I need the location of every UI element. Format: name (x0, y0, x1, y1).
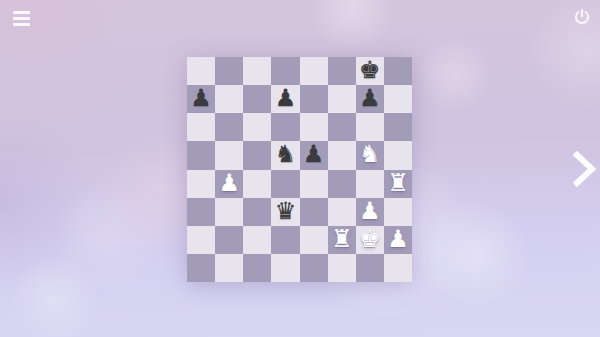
square-c7[interactable] (243, 85, 271, 113)
square-c5[interactable] (243, 141, 271, 169)
piece-black-pawn[interactable]: ♟ (275, 86, 297, 110)
piece-black-king[interactable]: ♚ (359, 58, 381, 82)
square-h3[interactable] (384, 198, 412, 226)
square-h4[interactable]: ♜ (384, 170, 412, 198)
square-e3[interactable] (300, 198, 328, 226)
square-a7[interactable]: ♟ (187, 85, 215, 113)
square-c1[interactable] (243, 254, 271, 282)
square-b5[interactable] (215, 141, 243, 169)
square-h7[interactable] (384, 85, 412, 113)
square-e5[interactable]: ♟ (300, 141, 328, 169)
square-g7[interactable]: ♟ (356, 85, 384, 113)
square-h8[interactable] (384, 57, 412, 85)
square-d5[interactable]: ♞ (271, 141, 299, 169)
square-f6[interactable] (328, 113, 356, 141)
square-g1[interactable] (356, 254, 384, 282)
square-d8[interactable] (271, 57, 299, 85)
power-icon (573, 8, 591, 26)
next-puzzle-button[interactable] (572, 151, 598, 187)
square-e7[interactable] (300, 85, 328, 113)
square-f4[interactable] (328, 170, 356, 198)
square-c6[interactable] (243, 113, 271, 141)
square-b7[interactable] (215, 85, 243, 113)
piece-white-pawn[interactable]: ♟ (359, 199, 381, 223)
square-a2[interactable] (187, 226, 215, 254)
square-e2[interactable] (300, 226, 328, 254)
square-a4[interactable] (187, 170, 215, 198)
piece-black-pawn[interactable]: ♟ (190, 86, 212, 110)
square-e4[interactable] (300, 170, 328, 198)
square-b2[interactable] (215, 226, 243, 254)
square-f8[interactable] (328, 57, 356, 85)
square-b3[interactable] (215, 198, 243, 226)
square-a1[interactable] (187, 254, 215, 282)
square-h6[interactable] (384, 113, 412, 141)
square-c2[interactable] (243, 226, 271, 254)
square-d6[interactable] (271, 113, 299, 141)
piece-white-king[interactable]: ♚ (359, 227, 381, 251)
square-f1[interactable] (328, 254, 356, 282)
square-a6[interactable] (187, 113, 215, 141)
square-h2[interactable]: ♟ (384, 226, 412, 254)
square-d1[interactable] (271, 254, 299, 282)
square-g6[interactable] (356, 113, 384, 141)
square-d7[interactable]: ♟ (271, 85, 299, 113)
square-d2[interactable] (271, 226, 299, 254)
menu-button[interactable] (13, 11, 30, 26)
square-d4[interactable] (271, 170, 299, 198)
square-a5[interactable] (187, 141, 215, 169)
square-f2[interactable]: ♜ (328, 226, 356, 254)
square-a8[interactable] (187, 57, 215, 85)
square-g5[interactable]: ♞ (356, 141, 384, 169)
square-g8[interactable]: ♚ (356, 57, 384, 85)
power-button[interactable] (573, 8, 591, 26)
piece-white-rook[interactable]: ♜ (387, 171, 409, 195)
square-f5[interactable] (328, 141, 356, 169)
chess-board: ♚♟♟♟♞♟♞♟♜♛♟♜♚♟ (187, 57, 412, 282)
square-b6[interactable] (215, 113, 243, 141)
square-e8[interactable] (300, 57, 328, 85)
chevron-right-icon (572, 151, 598, 187)
square-g3[interactable]: ♟ (356, 198, 384, 226)
square-g4[interactable] (356, 170, 384, 198)
square-b8[interactable] (215, 57, 243, 85)
square-g2[interactable]: ♚ (356, 226, 384, 254)
square-e1[interactable] (300, 254, 328, 282)
square-a3[interactable] (187, 198, 215, 226)
square-h5[interactable] (384, 141, 412, 169)
piece-black-pawn[interactable]: ♟ (359, 86, 381, 110)
square-e6[interactable] (300, 113, 328, 141)
piece-black-knight[interactable]: ♞ (275, 142, 297, 166)
square-c3[interactable] (243, 198, 271, 226)
square-c4[interactable] (243, 170, 271, 198)
piece-white-pawn[interactable]: ♟ (387, 227, 409, 251)
piece-black-pawn[interactable]: ♟ (303, 142, 325, 166)
piece-white-knight[interactable]: ♞ (359, 142, 381, 166)
square-d3[interactable]: ♛ (271, 198, 299, 226)
square-c8[interactable] (243, 57, 271, 85)
square-b4[interactable]: ♟ (215, 170, 243, 198)
piece-black-queen[interactable]: ♛ (275, 199, 297, 223)
square-h1[interactable] (384, 254, 412, 282)
hamburger-icon (13, 11, 30, 14)
square-b1[interactable] (215, 254, 243, 282)
piece-white-rook[interactable]: ♜ (331, 227, 353, 251)
app-window: { "game": "chess", "position": { "fen": … (0, 0, 600, 337)
piece-white-pawn[interactable]: ♟ (218, 171, 240, 195)
square-f7[interactable] (328, 85, 356, 113)
square-f3[interactable] (328, 198, 356, 226)
